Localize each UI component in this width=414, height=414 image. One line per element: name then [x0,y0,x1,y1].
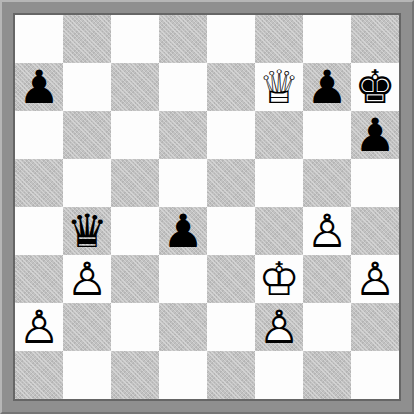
white-pawn-icon: ♙ [351,255,399,303]
black-pawn-h6[interactable]: ♟ [351,111,399,159]
square-f8[interactable] [255,15,303,63]
white-pawn-h3[interactable]: ♟♙ [351,255,399,303]
black-king-h7[interactable]: ♚ [351,63,399,111]
square-a2[interactable]: ♟♙ [15,303,63,351]
square-f7[interactable]: ♛♕ [255,63,303,111]
white-pawn-b3[interactable]: ♟♙ [63,255,111,303]
square-a1[interactable] [15,351,63,399]
square-f5[interactable] [255,159,303,207]
black-pawn-icon: ♟ [15,63,63,111]
black-pawn-icon: ♟ [159,207,207,255]
square-e8[interactable] [207,15,255,63]
white-pawn-g4[interactable]: ♟♙ [303,207,351,255]
square-c8[interactable] [111,15,159,63]
square-e3[interactable] [207,255,255,303]
square-h5[interactable] [351,159,399,207]
square-g1[interactable] [303,351,351,399]
square-h7[interactable]: ♚ [351,63,399,111]
white-queen-icon: ♕ [255,63,303,111]
square-g4[interactable]: ♟♙ [303,207,351,255]
square-h6[interactable]: ♟ [351,111,399,159]
black-king-icon: ♚ [351,63,399,111]
square-h8[interactable] [351,15,399,63]
black-pawn-a7[interactable]: ♟ [15,63,63,111]
white-pawn-icon: ♙ [15,303,63,351]
square-b1[interactable] [63,351,111,399]
square-e4[interactable] [207,207,255,255]
square-f2[interactable]: ♟♙ [255,303,303,351]
square-e5[interactable] [207,159,255,207]
black-queen-icon: ♛ [63,207,111,255]
square-c2[interactable] [111,303,159,351]
black-pawn-icon: ♟ [351,111,399,159]
square-g7[interactable]: ♟ [303,63,351,111]
square-d4[interactable]: ♟ [159,207,207,255]
white-king-f3[interactable]: ♚♔ [255,255,303,303]
white-pawn-icon: ♙ [303,207,351,255]
square-d3[interactable] [159,255,207,303]
white-pawn-f2[interactable]: ♟♙ [255,303,303,351]
white-pawn-icon: ♙ [63,255,111,303]
black-pawn-g7[interactable]: ♟ [303,63,351,111]
square-e6[interactable] [207,111,255,159]
square-h4[interactable] [351,207,399,255]
black-queen-b4[interactable]: ♛ [63,207,111,255]
square-d1[interactable] [159,351,207,399]
white-queen-f7[interactable]: ♛♕ [255,63,303,111]
square-d8[interactable] [159,15,207,63]
square-d7[interactable] [159,63,207,111]
square-a8[interactable] [15,15,63,63]
square-h2[interactable] [351,303,399,351]
square-b3[interactable]: ♟♙ [63,255,111,303]
white-pawn-icon: ♙ [255,303,303,351]
square-g3[interactable] [303,255,351,303]
square-f1[interactable] [255,351,303,399]
square-b8[interactable] [63,15,111,63]
square-a7[interactable]: ♟ [15,63,63,111]
square-e1[interactable] [207,351,255,399]
square-f4[interactable] [255,207,303,255]
square-a3[interactable] [15,255,63,303]
square-b2[interactable] [63,303,111,351]
square-e7[interactable] [207,63,255,111]
square-b4[interactable]: ♛ [63,207,111,255]
square-g8[interactable] [303,15,351,63]
square-b6[interactable] [63,111,111,159]
square-c3[interactable] [111,255,159,303]
square-f3[interactable]: ♚♔ [255,255,303,303]
square-h1[interactable] [351,351,399,399]
square-h3[interactable]: ♟♙ [351,255,399,303]
square-d6[interactable] [159,111,207,159]
square-e2[interactable] [207,303,255,351]
square-d5[interactable] [159,159,207,207]
square-g5[interactable] [303,159,351,207]
square-b5[interactable] [63,159,111,207]
square-c5[interactable] [111,159,159,207]
square-c7[interactable] [111,63,159,111]
white-pawn-a2[interactable]: ♟♙ [15,303,63,351]
black-pawn-icon: ♟ [303,63,351,111]
white-king-icon: ♔ [255,255,303,303]
square-d2[interactable] [159,303,207,351]
square-a4[interactable] [15,207,63,255]
black-pawn-d4[interactable]: ♟ [159,207,207,255]
square-g6[interactable] [303,111,351,159]
square-f6[interactable] [255,111,303,159]
square-c4[interactable] [111,207,159,255]
square-c1[interactable] [111,351,159,399]
square-g2[interactable] [303,303,351,351]
board-frame: ♟♛♕♟♚♟♛♟♟♙♟♙♚♔♟♙♟♙♟♙ [0,0,414,414]
square-b7[interactable] [63,63,111,111]
square-a5[interactable] [15,159,63,207]
square-a6[interactable] [15,111,63,159]
chess-board: ♟♛♕♟♚♟♛♟♟♙♟♙♚♔♟♙♟♙♟♙ [15,15,399,399]
square-c6[interactable] [111,111,159,159]
